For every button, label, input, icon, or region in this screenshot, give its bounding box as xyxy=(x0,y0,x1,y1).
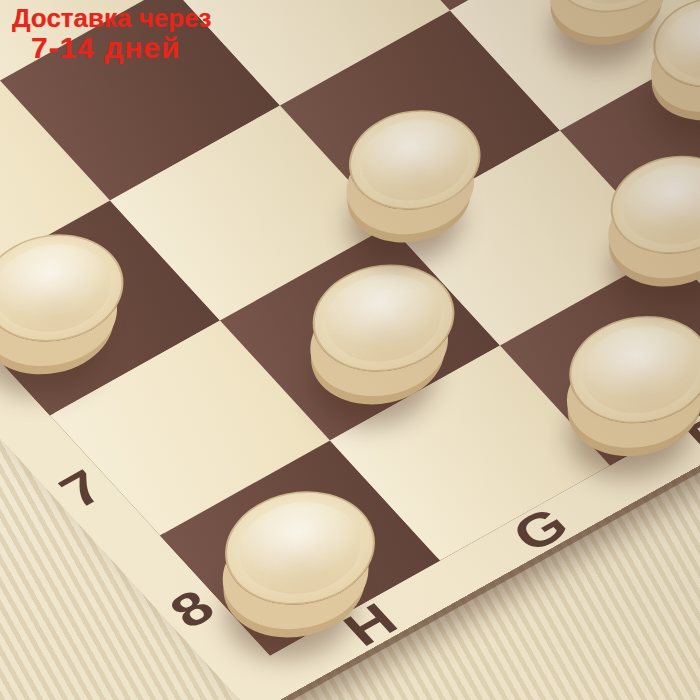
checkers-board: 12345678HGFEDCBA xyxy=(0,0,700,700)
product-photo-stage: 12345678HGFEDCBA Доставка через 7-14 дне… xyxy=(0,0,700,700)
shipping-banner-line2: 7-14 дней xyxy=(31,32,212,64)
shipping-banner-line1: Доставка через xyxy=(12,4,212,32)
shipping-banner: Доставка через 7-14 дней xyxy=(12,4,212,64)
